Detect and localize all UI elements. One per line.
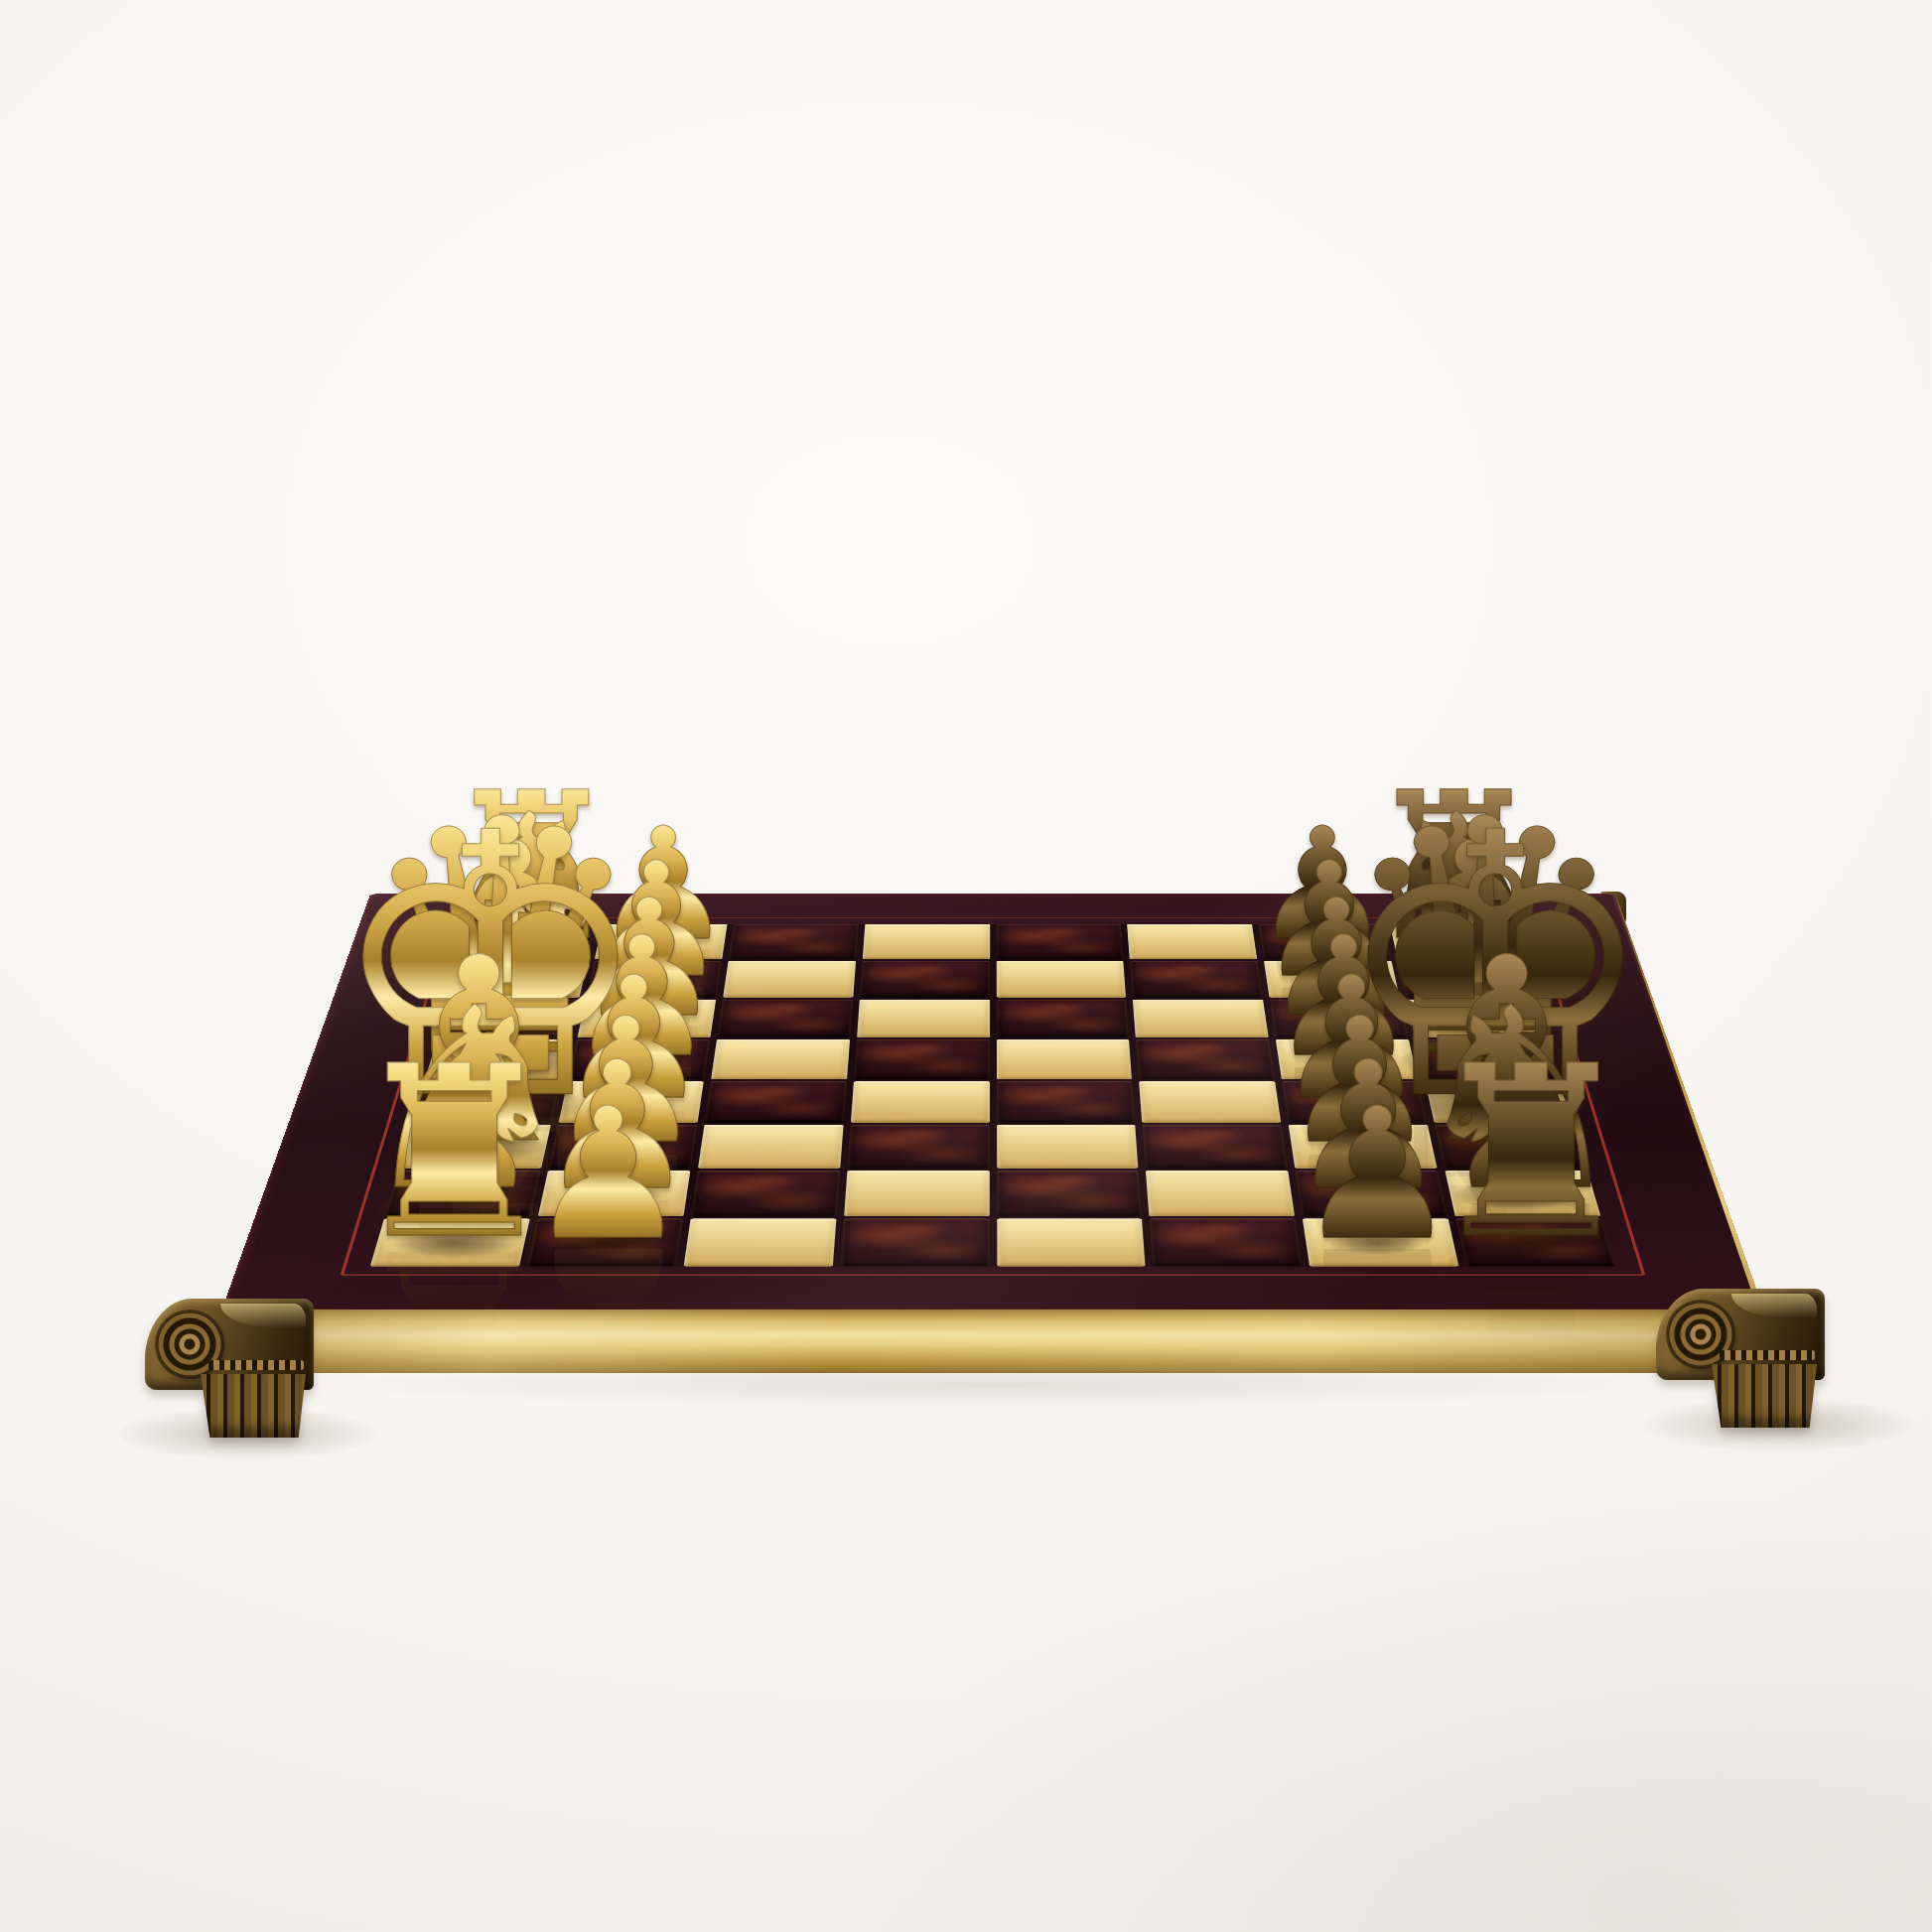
square-e5[interactable]	[997, 1081, 1136, 1123]
square-g5[interactable]	[997, 1171, 1143, 1216]
square-f3[interactable]	[698, 1125, 843, 1169]
square-d6[interactable]	[1136, 1039, 1275, 1079]
square-a6[interactable]	[1127, 924, 1257, 959]
square-e6[interactable]	[1139, 1081, 1281, 1123]
foot-flutes	[201, 1374, 306, 1438]
square-h3[interactable]	[683, 1218, 836, 1266]
square-h5[interactable]	[997, 1218, 1146, 1266]
square-c4[interactable]	[857, 1000, 990, 1037]
square-b4[interactable]	[860, 961, 990, 998]
rook-glyph: ♜	[348, 1035, 561, 1272]
square-c3[interactable]	[717, 1000, 853, 1037]
square-a5[interactable]	[996, 924, 1123, 959]
square-a3[interactable]	[729, 924, 859, 959]
square-g6[interactable]	[1146, 1171, 1295, 1216]
square-c6[interactable]	[1133, 1000, 1269, 1037]
square-g4[interactable]	[844, 1171, 990, 1216]
square-h4[interactable]	[840, 1218, 989, 1266]
square-h6[interactable]	[1150, 1218, 1303, 1266]
board-foot-front-right	[1656, 1289, 1825, 1432]
foot-flutes	[1712, 1364, 1817, 1428]
board-foot-front-left	[145, 1299, 314, 1442]
square-g3[interactable]	[691, 1171, 840, 1216]
square-b5[interactable]	[996, 961, 1126, 998]
square-d5[interactable]	[996, 1039, 1132, 1079]
square-f5[interactable]	[997, 1125, 1139, 1169]
square-d3[interactable]	[711, 1039, 850, 1079]
board-gold-side-band-front	[199, 1310, 1787, 1373]
square-e3[interactable]	[704, 1081, 846, 1123]
pawn-glyph: ♟	[1297, 1084, 1458, 1265]
square-c5[interactable]	[996, 1000, 1129, 1037]
square-a4[interactable]	[862, 924, 989, 959]
square-f4[interactable]	[847, 1125, 989, 1169]
square-f6[interactable]	[1143, 1125, 1288, 1169]
square-b3[interactable]	[723, 961, 856, 998]
foot-bead-row	[208, 1360, 304, 1370]
photo-scene: ♜♜♞♞♝♝♛♛♚♚♝♝♞♞♜♜♟♟♟♟♟♟♟♟♟♟♟♟♟♟♟♟♟♟♟♟♟♟♟♟…	[0, 0, 1932, 1932]
square-e4[interactable]	[851, 1081, 990, 1123]
foot-bead-row	[1720, 1350, 1815, 1360]
square-b6[interactable]	[1130, 961, 1263, 998]
square-d4[interactable]	[854, 1039, 990, 1079]
